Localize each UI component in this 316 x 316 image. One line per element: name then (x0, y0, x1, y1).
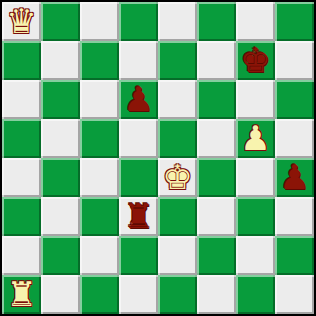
square-e3[interactable] (158, 197, 197, 236)
square-b7[interactable] (41, 41, 80, 80)
square-c1[interactable] (80, 275, 119, 314)
square-a6[interactable] (2, 80, 41, 119)
black-pawn[interactable]: ♟ (123, 80, 153, 119)
square-f7[interactable] (197, 41, 236, 80)
square-f4[interactable] (197, 158, 236, 197)
square-a4[interactable] (2, 158, 41, 197)
square-e4[interactable]: ♚ (158, 158, 197, 197)
square-g3[interactable] (236, 197, 275, 236)
square-h1[interactable] (275, 275, 314, 314)
square-c5[interactable] (80, 119, 119, 158)
square-b5[interactable] (41, 119, 80, 158)
square-g1[interactable] (236, 275, 275, 314)
square-b4[interactable] (41, 158, 80, 197)
square-a1[interactable]: ♜ (2, 275, 41, 314)
square-g5[interactable]: ♟ (236, 119, 275, 158)
square-h5[interactable] (275, 119, 314, 158)
square-d1[interactable] (119, 275, 158, 314)
black-rook[interactable]: ♜ (123, 197, 153, 236)
square-c7[interactable] (80, 41, 119, 80)
square-g6[interactable] (236, 80, 275, 119)
square-b2[interactable] (41, 236, 80, 275)
black-king[interactable]: ♚ (240, 41, 270, 80)
square-h8[interactable] (275, 2, 314, 41)
square-d2[interactable] (119, 236, 158, 275)
square-a3[interactable] (2, 197, 41, 236)
square-b3[interactable] (41, 197, 80, 236)
square-d3[interactable]: ♜ (119, 197, 158, 236)
square-f1[interactable] (197, 275, 236, 314)
square-e8[interactable] (158, 2, 197, 41)
square-a2[interactable] (2, 236, 41, 275)
square-c2[interactable] (80, 236, 119, 275)
square-c3[interactable] (80, 197, 119, 236)
chess-board: ♛♚♟♟♚♟♜♜ (2, 2, 314, 314)
white-pawn[interactable]: ♟ (240, 119, 270, 158)
square-h3[interactable] (275, 197, 314, 236)
square-f3[interactable] (197, 197, 236, 236)
square-e5[interactable] (158, 119, 197, 158)
square-a7[interactable] (2, 41, 41, 80)
square-d6[interactable]: ♟ (119, 80, 158, 119)
white-king[interactable]: ♚ (162, 158, 192, 197)
square-g4[interactable] (236, 158, 275, 197)
black-pawn[interactable]: ♟ (279, 158, 309, 197)
square-b6[interactable] (41, 80, 80, 119)
square-h2[interactable] (275, 236, 314, 275)
white-rook[interactable]: ♜ (6, 275, 36, 314)
white-queen[interactable]: ♛ (6, 2, 36, 41)
square-b1[interactable] (41, 275, 80, 314)
square-g2[interactable] (236, 236, 275, 275)
square-d7[interactable] (119, 41, 158, 80)
square-e6[interactable] (158, 80, 197, 119)
square-d4[interactable] (119, 158, 158, 197)
square-f2[interactable] (197, 236, 236, 275)
square-b8[interactable] (41, 2, 80, 41)
square-a8[interactable]: ♛ (2, 2, 41, 41)
square-e2[interactable] (158, 236, 197, 275)
square-h4[interactable]: ♟ (275, 158, 314, 197)
square-e7[interactable] (158, 41, 197, 80)
square-f5[interactable] (197, 119, 236, 158)
square-h7[interactable] (275, 41, 314, 80)
square-a5[interactable] (2, 119, 41, 158)
square-c4[interactable] (80, 158, 119, 197)
chess-board-frame: ♛♚♟♟♚♟♜♜ (0, 0, 316, 316)
square-f8[interactable] (197, 2, 236, 41)
square-d5[interactable] (119, 119, 158, 158)
square-c8[interactable] (80, 2, 119, 41)
square-c6[interactable] (80, 80, 119, 119)
square-f6[interactable] (197, 80, 236, 119)
square-h6[interactable] (275, 80, 314, 119)
square-d8[interactable] (119, 2, 158, 41)
square-e1[interactable] (158, 275, 197, 314)
square-g8[interactable] (236, 2, 275, 41)
square-g7[interactable]: ♚ (236, 41, 275, 80)
